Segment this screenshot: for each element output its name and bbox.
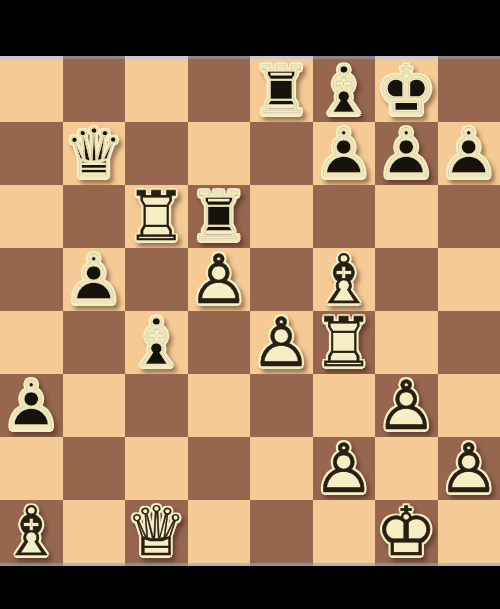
piece-outline-glyph: ♗ — [313, 248, 376, 311]
square-h5[interactable] — [438, 248, 500, 311]
black-pawn[interactable]: ♟♙ — [438, 122, 500, 185]
piece-outline-glyph: ♔ — [375, 59, 438, 122]
piece-outline-glyph: ♗ — [125, 311, 188, 374]
white-queen[interactable]: ♛♕ — [125, 500, 188, 563]
square-d7[interactable] — [188, 122, 251, 185]
white-rook[interactable]: ♜♖ — [313, 311, 376, 374]
square-c2[interactable] — [125, 437, 188, 500]
square-b8[interactable] — [63, 59, 126, 122]
square-c3[interactable] — [125, 374, 188, 437]
square-f5[interactable]: ♝♗ — [313, 248, 376, 311]
square-f7[interactable]: ♟♙ — [313, 122, 376, 185]
square-h6[interactable] — [438, 185, 500, 248]
square-d5[interactable]: ♟♙ — [188, 248, 251, 311]
square-a1[interactable]: ♝♗ — [0, 500, 63, 563]
piece-outline-glyph: ♙ — [438, 437, 500, 500]
square-b4[interactable] — [63, 311, 126, 374]
black-bishop[interactable]: ♝♗ — [313, 59, 376, 122]
piece-outline-glyph: ♙ — [375, 122, 438, 185]
square-e1[interactable] — [250, 500, 313, 563]
square-g3[interactable]: ♟♙ — [375, 374, 438, 437]
square-d1[interactable] — [188, 500, 251, 563]
piece-outline-glyph: ♙ — [250, 311, 313, 374]
piece-outline-glyph: ♙ — [188, 248, 251, 311]
square-c4[interactable]: ♝♗ — [125, 311, 188, 374]
chess-board: ♜♖♝♗♚♔♛♕♟♙♟♙♟♙♜♖♜♖♟♙♟♙♝♗♝♗♟♙♜♖♟♙♟♙♟♙♟♙♝♗… — [0, 59, 500, 563]
square-d2[interactable] — [188, 437, 251, 500]
square-d3[interactable] — [188, 374, 251, 437]
piece-outline-glyph: ♙ — [375, 374, 438, 437]
square-g7[interactable]: ♟♙ — [375, 122, 438, 185]
square-h7[interactable]: ♟♙ — [438, 122, 500, 185]
square-b6[interactable] — [63, 185, 126, 248]
square-e2[interactable] — [250, 437, 313, 500]
square-f6[interactable] — [313, 185, 376, 248]
white-pawn[interactable]: ♟♙ — [188, 248, 251, 311]
piece-outline-glyph: ♖ — [313, 311, 376, 374]
black-bishop[interactable]: ♝♗ — [125, 311, 188, 374]
black-queen[interactable]: ♛♕ — [63, 122, 126, 185]
black-pawn[interactable]: ♟♙ — [0, 374, 63, 437]
square-a2[interactable] — [0, 437, 63, 500]
square-b2[interactable] — [63, 437, 126, 500]
square-a4[interactable] — [0, 311, 63, 374]
square-h2[interactable]: ♟♙ — [438, 437, 500, 500]
square-a6[interactable] — [0, 185, 63, 248]
piece-outline-glyph: ♖ — [125, 185, 188, 248]
letterbox-bottom — [0, 566, 500, 609]
white-pawn[interactable]: ♟♙ — [250, 311, 313, 374]
white-pawn[interactable]: ♟♙ — [438, 437, 500, 500]
square-b5[interactable]: ♟♙ — [63, 248, 126, 311]
square-e5[interactable] — [250, 248, 313, 311]
square-g1[interactable]: ♚♔ — [375, 500, 438, 563]
square-e7[interactable] — [250, 122, 313, 185]
piece-outline-glyph: ♙ — [0, 374, 63, 437]
black-pawn[interactable]: ♟♙ — [313, 122, 376, 185]
square-d8[interactable] — [188, 59, 251, 122]
square-h3[interactable] — [438, 374, 500, 437]
square-b1[interactable] — [63, 500, 126, 563]
square-g2[interactable] — [375, 437, 438, 500]
square-e4[interactable]: ♟♙ — [250, 311, 313, 374]
white-bishop[interactable]: ♝♗ — [0, 500, 63, 563]
piece-outline-glyph: ♖ — [188, 185, 251, 248]
square-e6[interactable] — [250, 185, 313, 248]
letterbox-top — [0, 0, 500, 56]
square-g4[interactable] — [375, 311, 438, 374]
square-c5[interactable] — [125, 248, 188, 311]
square-c8[interactable] — [125, 59, 188, 122]
piece-outline-glyph: ♕ — [63, 122, 126, 185]
square-a5[interactable] — [0, 248, 63, 311]
piece-outline-glyph: ♙ — [438, 122, 500, 185]
white-pawn[interactable]: ♟♙ — [375, 374, 438, 437]
black-rook[interactable]: ♜♖ — [250, 59, 313, 122]
square-d6[interactable]: ♜♖ — [188, 185, 251, 248]
square-g6[interactable] — [375, 185, 438, 248]
square-b3[interactable] — [63, 374, 126, 437]
square-c1[interactable]: ♛♕ — [125, 500, 188, 563]
square-f1[interactable] — [313, 500, 376, 563]
square-b7[interactable]: ♛♕ — [63, 122, 126, 185]
square-c7[interactable] — [125, 122, 188, 185]
piece-outline-glyph: ♙ — [313, 122, 376, 185]
piece-outline-glyph: ♗ — [0, 500, 63, 563]
square-a8[interactable] — [0, 59, 63, 122]
chess-app-window: ♜♖♝♗♚♔♛♕♟♙♟♙♟♙♜♖♜♖♟♙♟♙♝♗♝♗♟♙♜♖♟♙♟♙♟♙♟♙♝♗… — [0, 0, 500, 609]
black-rook[interactable]: ♜♖ — [188, 185, 251, 248]
piece-outline-glyph: ♕ — [125, 500, 188, 563]
square-g8[interactable]: ♚♔ — [375, 59, 438, 122]
square-d4[interactable] — [188, 311, 251, 374]
piece-outline-glyph: ♙ — [313, 437, 376, 500]
square-e8[interactable]: ♜♖ — [250, 59, 313, 122]
square-f8[interactable]: ♝♗ — [313, 59, 376, 122]
square-g5[interactable] — [375, 248, 438, 311]
square-h1[interactable] — [438, 500, 500, 563]
white-pawn[interactable]: ♟♙ — [313, 437, 376, 500]
black-pawn[interactable]: ♟♙ — [63, 248, 126, 311]
black-king[interactable]: ♚♔ — [375, 59, 438, 122]
square-c6[interactable]: ♜♖ — [125, 185, 188, 248]
piece-outline-glyph: ♔ — [375, 500, 438, 563]
piece-outline-glyph: ♖ — [250, 59, 313, 122]
square-f2[interactable]: ♟♙ — [313, 437, 376, 500]
square-a3[interactable]: ♟♙ — [0, 374, 63, 437]
square-f4[interactable]: ♜♖ — [313, 311, 376, 374]
square-a7[interactable] — [0, 122, 63, 185]
piece-outline-glyph: ♗ — [313, 59, 376, 122]
black-pawn[interactable]: ♟♙ — [375, 122, 438, 185]
white-bishop[interactable]: ♝♗ — [313, 248, 376, 311]
white-rook[interactable]: ♜♖ — [125, 185, 188, 248]
square-e3[interactable] — [250, 374, 313, 437]
white-king[interactable]: ♚♔ — [375, 500, 438, 563]
square-h4[interactable] — [438, 311, 500, 374]
square-h8[interactable] — [438, 59, 500, 122]
square-f3[interactable] — [313, 374, 376, 437]
piece-outline-glyph: ♙ — [63, 248, 126, 311]
